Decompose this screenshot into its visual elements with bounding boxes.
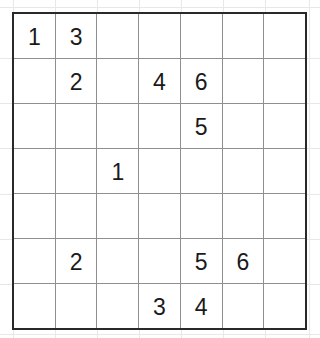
cell-r3c6[interactable] — [223, 104, 264, 148]
cell-r1c5[interactable] — [181, 14, 222, 58]
clue-digit: 1 — [28, 26, 41, 49]
cell-r2c4[interactable]: 4 — [139, 59, 180, 103]
cell-r3c7[interactable] — [264, 104, 305, 148]
cell-r3c1[interactable] — [14, 104, 55, 148]
cell-r2c5[interactable]: 6 — [181, 59, 222, 103]
cell-r6c3[interactable] — [97, 239, 138, 283]
sheet-gridline-vertical — [309, 0, 310, 338]
clue-digit: 5 — [195, 251, 208, 274]
cell-r6c4[interactable] — [139, 239, 180, 283]
cell-r4c7[interactable] — [264, 149, 305, 193]
cell-r7c3[interactable] — [97, 284, 138, 328]
cell-r2c1[interactable] — [14, 59, 55, 103]
cell-r1c3[interactable] — [97, 14, 138, 58]
cell-r5c4[interactable] — [139, 194, 180, 238]
cell-r6c7[interactable] — [264, 239, 305, 283]
clue-digit: 4 — [195, 296, 208, 319]
cell-r4c6[interactable] — [223, 149, 264, 193]
cell-r7c6[interactable] — [223, 284, 264, 328]
cell-r1c4[interactable] — [139, 14, 180, 58]
cell-r3c4[interactable] — [139, 104, 180, 148]
puzzle-grid: 132465125634 — [12, 12, 307, 330]
cell-r3c5[interactable]: 5 — [181, 104, 222, 148]
clue-digit: 3 — [153, 296, 166, 319]
cell-r5c7[interactable] — [264, 194, 305, 238]
cell-r4c2[interactable] — [56, 149, 97, 193]
cell-r6c2[interactable]: 2 — [56, 239, 97, 283]
sheet-gridline-horizontal — [0, 334, 320, 335]
cell-r4c1[interactable] — [14, 149, 55, 193]
cell-r3c2[interactable] — [56, 104, 97, 148]
cell-r2c6[interactable] — [223, 59, 264, 103]
sheet-gridline-horizontal — [0, 7, 320, 8]
cell-r1c6[interactable] — [223, 14, 264, 58]
cell-r2c3[interactable] — [97, 59, 138, 103]
cell-r7c5[interactable]: 4 — [181, 284, 222, 328]
cell-r5c2[interactable] — [56, 194, 97, 238]
cell-r4c4[interactable] — [139, 149, 180, 193]
cell-r1c7[interactable] — [264, 14, 305, 58]
cell-r7c7[interactable] — [264, 284, 305, 328]
clue-digit: 2 — [70, 71, 83, 94]
cell-r4c5[interactable] — [181, 149, 222, 193]
cell-r6c1[interactable] — [14, 239, 55, 283]
cell-r1c2[interactable]: 3 — [56, 14, 97, 58]
cell-r7c4[interactable]: 3 — [139, 284, 180, 328]
clue-digit: 4 — [153, 71, 166, 94]
clue-digit: 3 — [70, 26, 83, 49]
cell-r2c2[interactable]: 2 — [56, 59, 97, 103]
cell-r5c1[interactable] — [14, 194, 55, 238]
spreadsheet-canvas: { "game": "number-placement puzzle (sugu… — [0, 0, 320, 338]
cell-r5c3[interactable] — [97, 194, 138, 238]
clue-digit: 1 — [111, 161, 124, 184]
cell-r5c5[interactable] — [181, 194, 222, 238]
cell-r6c5[interactable]: 5 — [181, 239, 222, 283]
cell-r2c7[interactable] — [264, 59, 305, 103]
cell-r5c6[interactable] — [223, 194, 264, 238]
clue-digit: 6 — [195, 71, 208, 94]
cell-r6c6[interactable]: 6 — [223, 239, 264, 283]
clue-digit: 6 — [237, 251, 250, 274]
cell-r4c3[interactable]: 1 — [97, 149, 138, 193]
cell-r7c1[interactable] — [14, 284, 55, 328]
clue-digit: 5 — [195, 116, 208, 139]
cell-r7c2[interactable] — [56, 284, 97, 328]
cell-r3c3[interactable] — [97, 104, 138, 148]
cell-r1c1[interactable]: 1 — [14, 14, 55, 58]
clue-digit: 2 — [70, 251, 83, 274]
